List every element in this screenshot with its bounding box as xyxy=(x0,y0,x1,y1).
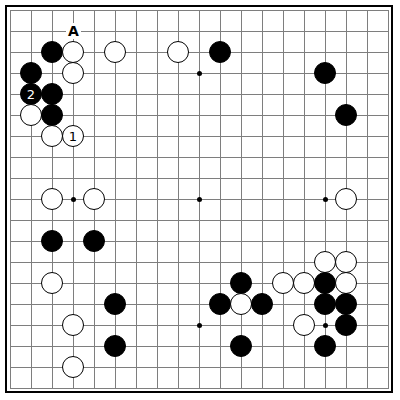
stone-black[interactable] xyxy=(230,272,252,294)
stone-white[interactable] xyxy=(167,41,189,63)
stone-white[interactable] xyxy=(293,272,315,294)
grid-line-horizontal xyxy=(10,220,389,221)
stone-white[interactable] xyxy=(20,104,42,126)
go-diagram-page: 21A xyxy=(0,0,400,400)
grid-line-vertical xyxy=(388,10,389,389)
star-point xyxy=(197,71,202,76)
stone-black[interactable] xyxy=(83,230,105,252)
stone-white[interactable] xyxy=(62,41,84,63)
stone-black[interactable] xyxy=(314,62,336,84)
stone-white[interactable] xyxy=(230,293,252,315)
star-point xyxy=(323,323,328,328)
stone-white[interactable] xyxy=(83,188,105,210)
stone-black[interactable] xyxy=(20,62,42,84)
grid-line-vertical xyxy=(367,10,368,389)
stone-black[interactable] xyxy=(41,41,63,63)
stone-white[interactable] xyxy=(41,188,63,210)
stone-black[interactable] xyxy=(41,230,63,252)
stone-white[interactable] xyxy=(62,314,84,336)
stone-black[interactable] xyxy=(41,83,63,105)
stone-black-move-2[interactable]: 2 xyxy=(20,83,42,105)
stone-black[interactable] xyxy=(314,293,336,315)
grid-line-vertical xyxy=(241,10,242,389)
stone-black[interactable] xyxy=(104,335,126,357)
stone-white-move-1[interactable]: 1 xyxy=(62,125,84,147)
stone-white[interactable] xyxy=(335,188,357,210)
stone-black[interactable] xyxy=(209,41,231,63)
stone-black[interactable] xyxy=(41,104,63,126)
star-point xyxy=(71,197,76,202)
stone-black[interactable] xyxy=(251,293,273,315)
grid-line-vertical xyxy=(220,10,221,389)
point-label-A[interactable]: A xyxy=(66,23,81,39)
stone-white[interactable] xyxy=(104,41,126,63)
stone-black[interactable] xyxy=(209,293,231,315)
stone-black[interactable] xyxy=(314,335,336,357)
stone-white[interactable] xyxy=(41,125,63,147)
stone-white[interactable] xyxy=(62,356,84,378)
stone-black[interactable] xyxy=(335,293,357,315)
stone-black[interactable] xyxy=(104,293,126,315)
stone-white[interactable] xyxy=(293,314,315,336)
go-board[interactable]: 21A xyxy=(0,0,400,400)
grid-line-horizontal xyxy=(10,241,389,242)
grid-line-horizontal xyxy=(10,388,389,389)
stone-white[interactable] xyxy=(335,251,357,273)
star-point xyxy=(323,197,328,202)
stone-black[interactable] xyxy=(230,335,252,357)
stone-white[interactable] xyxy=(314,251,336,273)
star-point xyxy=(197,197,202,202)
stone-white[interactable] xyxy=(41,272,63,294)
star-point xyxy=(197,323,202,328)
grid-line-vertical xyxy=(262,10,263,389)
stone-white[interactable] xyxy=(335,272,357,294)
stone-white[interactable] xyxy=(62,62,84,84)
stone-white[interactable] xyxy=(272,272,294,294)
grid-line-vertical xyxy=(283,10,284,389)
stone-black[interactable] xyxy=(335,314,357,336)
stone-black[interactable] xyxy=(314,272,336,294)
stone-black[interactable] xyxy=(335,104,357,126)
